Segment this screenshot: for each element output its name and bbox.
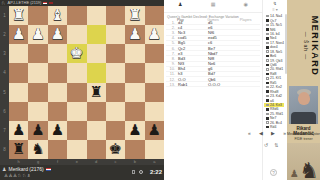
square-c5[interactable] — [106, 83, 125, 102]
square-g5[interactable] — [28, 83, 47, 102]
white-move-marker-icon — [266, 24, 269, 27]
rail-move-text: Be6 — [270, 54, 276, 58]
rail-menu-icons[interactable]: ≡ ▾ — [263, 7, 287, 13]
rail-move-text: Rhd8 — [270, 90, 278, 94]
bottom-player-bar: ♟ Merikard (2176) ♙♙♙♘♘♗ 2:22 — [0, 165, 164, 180]
square-b6[interactable] — [125, 102, 144, 121]
prev-move-button[interactable]: ◀ — [259, 130, 263, 136]
rail-move-text: 23. Kd2 — [270, 94, 282, 98]
move-nav-controls: «◀▶» — [248, 130, 286, 136]
square-e6[interactable] — [67, 102, 86, 121]
square-b2[interactable]: ♟ — [125, 25, 144, 44]
square-f1[interactable]: ♝ — [48, 6, 67, 25]
board-rank-labels: 12345678 — [0, 6, 9, 159]
rail-move-text: Qd6 — [270, 63, 277, 67]
rail-move[interactable]: Rd4 — [264, 125, 284, 129]
square-b4[interactable] — [125, 63, 144, 82]
rail-move-text: Rd4 — [270, 125, 276, 129]
square-b7[interactable]: ♟ — [125, 121, 144, 140]
square-h1[interactable]: ♜ — [9, 6, 28, 25]
black-move-marker-icon — [266, 90, 269, 93]
black-knight: ♞ — [28, 140, 47, 159]
channel-title: MERIKARD — [309, 4, 320, 88]
rail-move-text: Nf6 — [270, 28, 275, 32]
black-move-marker-icon — [266, 37, 269, 40]
square-g8[interactable]: ♞ — [28, 140, 47, 159]
rank-label-6: 6 — [0, 102, 9, 121]
pawn-photo-icon: ♟ — [290, 168, 299, 179]
bottom-player-name[interactable]: Merikard (2176) — [8, 166, 43, 172]
rail-move-text: 22. Ke2 — [270, 85, 282, 89]
white-bishop: ♝ — [48, 6, 67, 25]
black-move-marker-icon — [266, 19, 269, 22]
photo-body — [291, 112, 316, 124]
square-f6[interactable] — [48, 102, 67, 121]
rail-header-icon[interactable]: ↯ — [263, 0, 287, 7]
white-move-marker-icon — [266, 50, 269, 53]
move-row-13: 13.Rab1O-O-O — [166, 82, 260, 87]
site-logo-icon[interactable]: ♘ — [1, 1, 5, 6]
channel-title-vertical: MERIKARD — Šah — — [287, 4, 320, 88]
white-pawn: ♟ — [28, 25, 47, 44]
white-move-marker-icon — [266, 95, 269, 98]
rail-move-text: Ne4 — [270, 36, 276, 40]
white-pawn: ♟ — [145, 25, 164, 44]
photo-face — [298, 92, 310, 105]
chess-board[interactable]: ♜♝♜♟♟♟♟♟♚♜♟♟♟♟♟♜♞♚ — [9, 6, 164, 159]
move-number: 13. — [166, 82, 175, 87]
square-a4[interactable] — [145, 63, 164, 82]
square-h8[interactable]: ♜ — [9, 140, 28, 159]
tab-play[interactable]: ♟Play — [164, 0, 197, 12]
rail-move-text: 15. Nc5 — [270, 23, 282, 27]
chess-pieces-photo: ♞ ♟ — [287, 143, 320, 180]
square-a2[interactable]: ♟ — [145, 25, 164, 44]
help-button[interactable]: ? — [270, 169, 277, 176]
settings-button[interactable]: ⇅ — [274, 142, 278, 148]
board-thumbnail-icon[interactable] — [132, 170, 136, 174]
square-g3[interactable] — [28, 44, 47, 63]
rail-move-text: 24. Ke3 — [270, 103, 282, 107]
black-pawn: ♟ — [48, 121, 67, 140]
rail-move-text: 25. Rfd1 — [270, 112, 283, 116]
square-g4[interactable] — [28, 63, 47, 82]
black-pawn: ♟ — [28, 121, 47, 140]
white-move-marker-icon — [266, 77, 269, 80]
black-move[interactable]: O-O-O — [208, 82, 260, 87]
square-h2[interactable]: ♟ — [9, 25, 28, 44]
play-tab-icon: ♟ — [164, 1, 197, 7]
rank-label-2: 2 — [0, 25, 9, 44]
rail-move-text: Rd8 — [270, 72, 276, 76]
square-c3[interactable] — [106, 44, 125, 63]
square-c6[interactable] — [106, 102, 125, 121]
black-move-marker-icon — [266, 64, 269, 67]
square-d6[interactable] — [87, 102, 106, 121]
rank-label-4: 4 — [0, 63, 9, 82]
chess-app-window: ♘ APJ-LETHE (2119) 12345678 ♜♝♜♟♟♟♟♟♚♜♟♟… — [0, 0, 320, 180]
panel-tabs: ♟Play▦Games◉Players — [164, 0, 262, 13]
black-move-marker-icon — [266, 55, 269, 58]
rail-move-text: dxe4 — [270, 45, 278, 49]
square-a7[interactable]: ♟ — [145, 121, 164, 140]
top-player-badge-icon — [49, 2, 53, 5]
square-g7[interactable]: ♟ — [28, 121, 47, 140]
square-a5[interactable] — [145, 83, 164, 102]
square-c7[interactable] — [106, 121, 125, 140]
last-move-button[interactable]: » — [283, 130, 286, 136]
black-move-marker-icon — [266, 73, 269, 76]
black-move-marker-icon — [266, 126, 269, 129]
rank-label-3: 3 — [0, 44, 9, 63]
square-g6[interactable] — [28, 102, 47, 121]
next-move-button[interactable]: ▶ — [271, 130, 275, 136]
rank-label-8: 8 — [0, 140, 9, 159]
square-e7[interactable] — [67, 121, 86, 140]
square-h3[interactable] — [9, 44, 28, 63]
rail-move-list[interactable]: 14. Na4Qc715. Nc5Nf616. b4Ne417. Nxe4dxe… — [264, 14, 284, 129]
tab-games[interactable]: ▦Games — [197, 0, 230, 12]
black-rook: ♜ — [9, 140, 28, 159]
moves-panel: ♟Play▦Games◉Players Queen's Gambit Decli… — [164, 0, 262, 180]
rail-move-text: Qc7 — [270, 19, 276, 23]
square-f5[interactable] — [48, 83, 67, 102]
white-move-marker-icon — [266, 121, 269, 124]
square-d2[interactable] — [87, 25, 106, 44]
white-move-marker-icon — [266, 104, 269, 107]
black-move-marker-icon — [266, 46, 269, 49]
rail-move-text: a6 — [270, 99, 274, 103]
bottom-player-icon: ♟ — [2, 166, 6, 172]
square-b1[interactable]: ♜ — [125, 6, 144, 25]
presenter-title: Međunarodni majstor — [287, 132, 320, 136]
square-a1[interactable] — [145, 6, 164, 25]
square-f7[interactable]: ♟ — [48, 121, 67, 140]
clock-icon — [139, 170, 143, 174]
square-h4[interactable] — [9, 63, 28, 82]
square-f4[interactable] — [48, 63, 67, 82]
players-tab-icon: ◉ — [229, 1, 262, 7]
white-move-marker-icon — [266, 113, 269, 116]
rail-move-text: 18. Ne5 — [270, 50, 282, 54]
black-pawn: ♟ — [9, 121, 28, 140]
square-c2[interactable] — [106, 25, 125, 44]
rank-label-7: 7 — [0, 121, 9, 140]
white-rook: ♜ — [9, 6, 28, 25]
panel-tools: ↺⇅ — [264, 142, 278, 148]
square-c8[interactable]: ♚ — [106, 140, 125, 159]
square-d4[interactable] — [87, 63, 106, 82]
square-f3[interactable] — [48, 44, 67, 63]
black-move-marker-icon — [266, 117, 269, 120]
square-b8[interactable] — [125, 140, 144, 159]
square-a8[interactable] — [145, 140, 164, 159]
white-rook: ♜ — [125, 6, 144, 25]
square-f8[interactable] — [48, 140, 67, 159]
white-king: ♚ — [67, 44, 86, 63]
bottom-player-clock: 2:22 — [150, 169, 162, 175]
white-move-marker-icon — [266, 86, 269, 89]
black-rook: ♜ — [87, 83, 106, 102]
square-d1[interactable] — [87, 6, 106, 25]
white-move[interactable]: Rab1 — [178, 82, 208, 87]
square-d3[interactable] — [87, 44, 106, 63]
square-a6[interactable] — [145, 102, 164, 121]
white-move-marker-icon — [266, 59, 269, 62]
rail-move-text: 17. Nxe4 — [270, 41, 284, 45]
white-move-marker-icon — [266, 15, 269, 18]
black-move-marker-icon — [266, 108, 269, 111]
rail-move-text: R8d6 — [270, 107, 278, 111]
first-move-button[interactable]: « — [248, 130, 251, 136]
white-move-marker-icon — [266, 68, 269, 71]
white-move-marker-icon — [266, 42, 269, 45]
black-move-marker-icon — [266, 82, 269, 85]
rail-move-text: 20. Rfd1 — [270, 67, 283, 71]
square-h6[interactable] — [9, 102, 28, 121]
white-pawn: ♟ — [48, 25, 67, 44]
square-e1[interactable] — [67, 6, 86, 25]
square-e3[interactable]: ♚ — [67, 44, 86, 63]
square-b5[interactable] — [125, 83, 144, 102]
square-b3[interactable] — [125, 44, 144, 63]
square-h5[interactable] — [9, 83, 28, 102]
knight-photo-icon: ♞ — [299, 158, 319, 180]
black-move-marker-icon — [266, 99, 269, 102]
square-g2[interactable]: ♟ — [28, 25, 47, 44]
square-c1[interactable] — [106, 6, 125, 25]
black-pawn: ♟ — [145, 121, 164, 140]
square-h7[interactable]: ♟ — [9, 121, 28, 140]
black-king: ♚ — [106, 140, 125, 159]
white-pawn: ♟ — [9, 25, 28, 44]
flip-board-button[interactable]: ↺ — [264, 142, 268, 148]
square-e4[interactable] — [67, 63, 86, 82]
square-d7[interactable] — [87, 121, 106, 140]
rail-move-text: Rd5 — [270, 81, 276, 85]
square-e2[interactable] — [67, 25, 86, 44]
captured-pieces: ♙♙♙♘♘♗ — [4, 173, 31, 178]
presenter-subtitle: FIDE trener — [287, 137, 320, 141]
rail-move-text: 21. Kf1 — [270, 76, 281, 80]
square-g1[interactable] — [28, 6, 47, 25]
rank-label-1: 1 — [0, 6, 9, 25]
rail-move-text: 26. Bc4 — [270, 121, 282, 125]
square-e8[interactable] — [67, 140, 86, 159]
rail-move-text: 14. Na4 — [270, 14, 282, 18]
square-f2[interactable]: ♟ — [48, 25, 67, 44]
games-tab-icon: ▦ — [197, 1, 230, 7]
top-player-flag-icon — [43, 2, 47, 5]
square-e5[interactable] — [67, 83, 86, 102]
croatia-flag-icon — [46, 168, 51, 171]
square-d8[interactable] — [87, 140, 106, 159]
rail-move-text: 19. Qb3 — [270, 59, 282, 63]
move-rail: ↯ ≡ ▾ 14. Na4Qc715. Nc5Nf616. b4Ne417. N… — [262, 0, 287, 180]
white-pawn: ♟ — [125, 25, 144, 44]
white-move-marker-icon — [266, 33, 269, 36]
black-pawn: ♟ — [125, 121, 144, 140]
move-list[interactable]: 1.d4d52.c4e63.Nc3Nf64.cxd5exd55.Bg5c66.Q… — [164, 20, 262, 87]
tab-players[interactable]: ◉Players — [229, 0, 262, 12]
black-move-marker-icon — [266, 28, 269, 31]
square-d5[interactable]: ♜ — [87, 83, 106, 102]
rank-label-5: 5 — [0, 83, 9, 102]
square-a3[interactable] — [145, 44, 164, 63]
rail-move-text: Ne7 — [270, 116, 276, 120]
square-c4[interactable] — [106, 63, 125, 82]
presenter-photo — [289, 86, 318, 124]
rail-move-text: 16. b4 — [270, 32, 280, 36]
